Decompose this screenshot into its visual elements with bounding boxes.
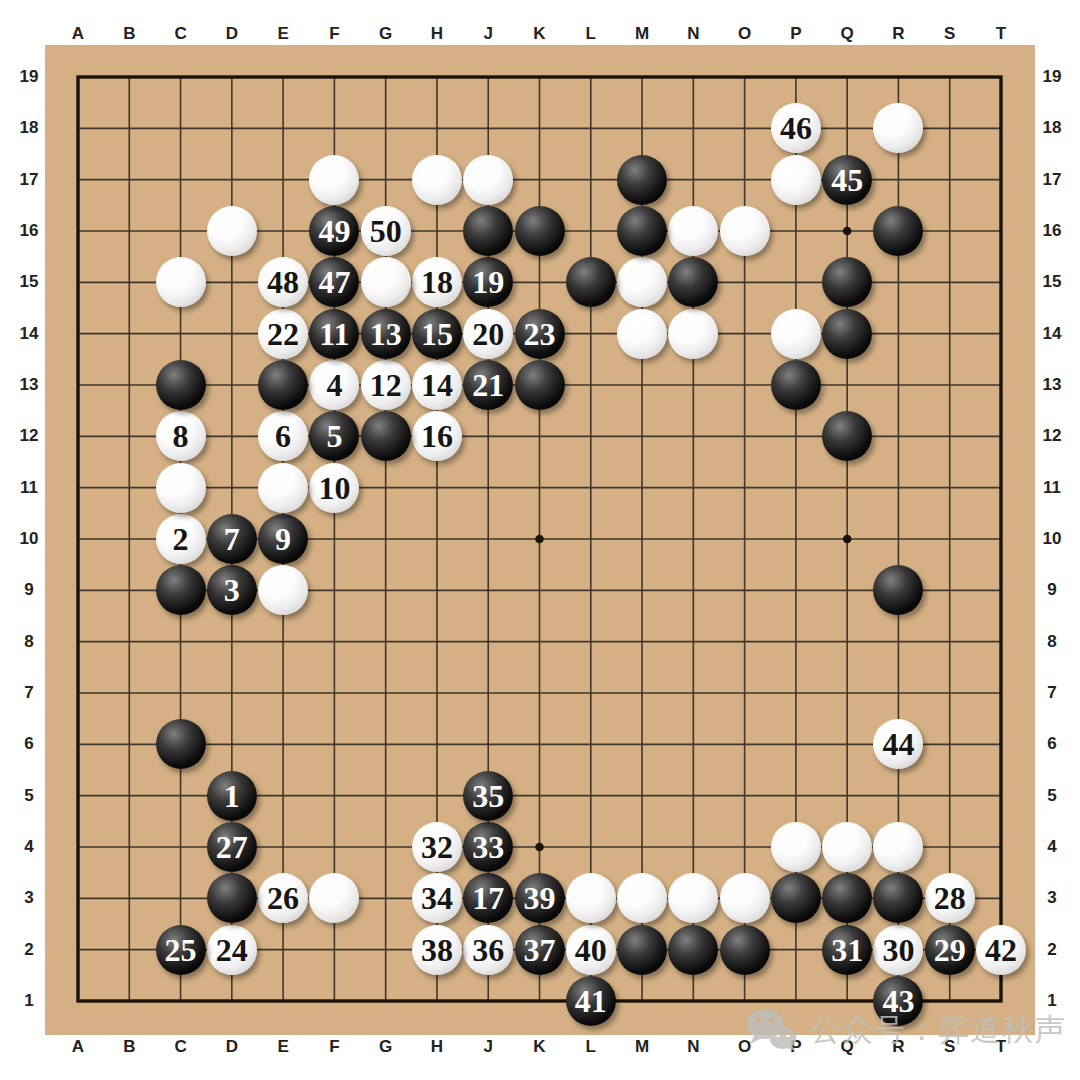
move-number: 17 [472,882,504,914]
stone-white-E11 [258,463,308,513]
stone-white-G15 [361,257,411,307]
stone-white-F13-move-4: 4 [309,360,359,410]
stone-black-O2 [720,925,770,975]
move-number: 5 [326,420,342,452]
stone-black-M2 [617,925,667,975]
stone-white-G13-move-12: 12 [361,360,411,410]
move-number: 47 [318,266,350,298]
stone-black-F16-move-49: 49 [309,206,359,256]
move-number: 40 [575,934,607,966]
stone-black-R3 [873,873,923,923]
stone-white-H17 [412,155,462,205]
stone-black-F12-move-5: 5 [309,411,359,461]
stone-white-M3 [617,873,667,923]
stone-black-J13-move-21: 21 [463,360,513,410]
stone-black-J15-move-19: 19 [463,257,513,307]
stone-white-D16 [207,206,257,256]
move-number: 8 [173,420,189,452]
move-number: 3 [224,574,240,606]
stone-black-F14-move-11: 11 [309,309,359,359]
move-number: 31 [831,934,863,966]
move-number: 49 [318,215,350,247]
stone-black-J4-move-33: 33 [463,822,513,872]
stone-black-G14-move-13: 13 [361,309,411,359]
stone-black-D4-move-27: 27 [207,822,257,872]
stone-white-P18-move-46: 46 [771,103,821,153]
move-number: 13 [370,318,402,350]
stone-white-J14-move-20: 20 [463,309,513,359]
stone-black-D9-move-3: 3 [207,565,257,615]
stone-black-K16 [515,206,565,256]
stone-white-F11-move-10: 10 [309,463,359,513]
stone-black-K14-move-23: 23 [515,309,565,359]
stone-black-Q12 [822,411,872,461]
stone-white-E9 [258,565,308,615]
move-number: 6 [275,420,291,452]
stone-white-L2-move-40: 40 [566,925,616,975]
move-number: 26 [267,882,299,914]
move-number: 15 [421,318,453,350]
stone-black-F15-move-47: 47 [309,257,359,307]
move-number: 22 [267,318,299,350]
move-number: 27 [216,831,248,863]
stone-white-N14 [668,309,718,359]
move-number: 33 [472,831,504,863]
watermark: 公众号：弈道秋声 [746,1008,1066,1052]
move-number: 24 [216,934,248,966]
move-number: 42 [985,934,1017,966]
move-number: 35 [472,780,504,812]
move-number: 45 [831,164,863,196]
stone-white-F3 [309,873,359,923]
stone-white-P4 [771,822,821,872]
move-number: 32 [421,831,453,863]
stone-black-Q14 [822,309,872,359]
go-diagram-page: AABBCCDDEEFFGGHHJJKKLLMMNNOOPPQQRRSSTT19… [0,0,1080,1080]
move-number: 25 [165,934,197,966]
stone-black-D10-move-7: 7 [207,514,257,564]
stone-black-K2-move-37: 37 [515,925,565,975]
move-number: 16 [421,420,453,452]
stone-black-M16 [617,206,667,256]
move-number: 41 [575,985,607,1017]
stone-white-R18 [873,103,923,153]
stone-white-R4 [873,822,923,872]
stone-black-C9 [156,565,206,615]
stone-white-C11 [156,463,206,513]
move-number: 4 [326,369,342,401]
stone-black-C2-move-25: 25 [156,925,206,975]
stone-black-J5-move-35: 35 [463,771,513,821]
move-number: 20 [472,318,504,350]
stone-white-L3 [566,873,616,923]
stone-white-H3-move-34: 34 [412,873,462,923]
stone-white-O3 [720,873,770,923]
stone-white-H4-move-32: 32 [412,822,462,872]
stone-white-J2-move-36: 36 [463,925,513,975]
stone-white-C12-move-8: 8 [156,411,206,461]
move-number: 46 [780,112,812,144]
stone-black-R16 [873,206,923,256]
stone-white-S3-move-28: 28 [925,873,975,923]
stone-white-D2-move-24: 24 [207,925,257,975]
move-number: 50 [370,215,402,247]
move-number: 19 [472,266,504,298]
move-number: 23 [524,318,556,350]
stone-black-Q3 [822,873,872,923]
stone-white-O16 [720,206,770,256]
move-number: 29 [934,934,966,966]
stone-black-K13 [515,360,565,410]
stone-white-M14 [617,309,667,359]
move-number: 48 [267,266,299,298]
stone-white-G16-move-50: 50 [361,206,411,256]
move-number: 14 [421,369,453,401]
stone-white-E12-move-6: 6 [258,411,308,461]
stone-white-E3-move-26: 26 [258,873,308,923]
stone-black-D5-move-1: 1 [207,771,257,821]
stone-white-R2-move-30: 30 [873,925,923,975]
stones-layer: 1234567891011121314151617181920212223242… [0,0,1080,1080]
move-number: 10 [318,472,350,504]
stone-white-R6-move-44: 44 [873,719,923,769]
stone-black-S2-move-29: 29 [925,925,975,975]
stone-white-H12-move-16: 16 [412,411,462,461]
stone-black-K3-move-39: 39 [515,873,565,923]
stone-black-Q15 [822,257,872,307]
stone-black-P3 [771,873,821,923]
stone-white-T2-move-42: 42 [976,925,1026,975]
move-number: 38 [421,934,453,966]
stone-black-N2 [668,925,718,975]
stone-white-P17 [771,155,821,205]
stone-black-C6 [156,719,206,769]
stone-white-E14-move-22: 22 [258,309,308,359]
stone-black-E10-move-9: 9 [258,514,308,564]
stone-black-J3-move-17: 17 [463,873,513,923]
move-number: 9 [275,523,291,555]
stone-white-C10-move-2: 2 [156,514,206,564]
move-number: 39 [524,882,556,914]
move-number: 44 [882,728,914,760]
stone-black-L15 [566,257,616,307]
move-number: 1 [224,780,240,812]
stone-black-Q17-move-45: 45 [822,155,872,205]
stone-black-J16 [463,206,513,256]
stone-black-M17 [617,155,667,205]
stone-black-P13 [771,360,821,410]
stone-white-J17 [463,155,513,205]
move-number: 36 [472,934,504,966]
stone-black-D3 [207,873,257,923]
stone-white-N3 [668,873,718,923]
wechat-icon [746,1008,798,1052]
stone-black-N15 [668,257,718,307]
stone-white-H13-move-14: 14 [412,360,462,410]
stone-black-R9 [873,565,923,615]
stone-white-H15-move-18: 18 [412,257,462,307]
move-number: 37 [524,934,556,966]
stone-black-G12 [361,411,411,461]
stone-white-E15-move-48: 48 [258,257,308,307]
move-number: 21 [472,369,504,401]
stone-black-C13 [156,360,206,410]
move-number: 34 [421,882,453,914]
stone-black-E13 [258,360,308,410]
stone-black-Q2-move-31: 31 [822,925,872,975]
move-number: 30 [882,934,914,966]
stone-white-F17 [309,155,359,205]
stone-black-H14-move-15: 15 [412,309,462,359]
stone-white-Q4 [822,822,872,872]
stone-white-C15 [156,257,206,307]
stone-white-N16 [668,206,718,256]
move-number: 2 [173,523,189,555]
stone-white-P14 [771,309,821,359]
move-number: 28 [934,882,966,914]
watermark-text: 公众号：弈道秋声 [810,1009,1066,1051]
move-number: 7 [224,523,240,555]
move-number: 11 [319,318,349,350]
move-number: 18 [421,266,453,298]
move-number: 12 [370,369,402,401]
stone-white-H2-move-38: 38 [412,925,462,975]
stone-white-M15 [617,257,667,307]
stone-black-L1-move-41: 41 [566,976,616,1026]
